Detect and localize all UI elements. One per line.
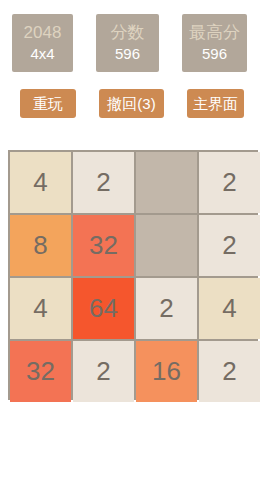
score-value: 596 xyxy=(115,44,140,64)
score-box: 分数 596 xyxy=(96,14,159,72)
board-cell xyxy=(136,152,197,213)
score-label: 分数 xyxy=(111,22,145,44)
best-score-label: 最高分 xyxy=(189,22,240,44)
best-score-box: 最高分 596 xyxy=(182,14,247,72)
best-score-value: 596 xyxy=(202,44,227,64)
board-cell: 32 xyxy=(73,215,134,276)
board-cell: 4 xyxy=(199,278,260,339)
board-cell: 64 xyxy=(73,278,134,339)
board-size-label: 4x4 xyxy=(30,44,54,64)
board-cell: 8 xyxy=(10,215,71,276)
board-cell: 2 xyxy=(73,341,134,402)
app-2048: 2048 4x4 分数 596 最高分 596 重玩 撤回(3) 主界面 4 2… xyxy=(0,0,270,480)
board-cell xyxy=(136,215,197,276)
toolbar: 重玩 撤回(3) 主界面 xyxy=(20,89,244,118)
board-cell: 2 xyxy=(136,278,197,339)
board-cell: 32 xyxy=(10,341,71,402)
board-cell: 4 xyxy=(10,278,71,339)
header: 2048 4x4 分数 596 最高分 596 xyxy=(12,14,247,72)
home-button[interactable]: 主界面 xyxy=(187,89,244,118)
board-cell: 4 xyxy=(10,152,71,213)
board-cell: 2 xyxy=(73,152,134,213)
board-cell: 2 xyxy=(199,215,260,276)
board[interactable]: 4 2 2 8 32 2 4 64 2 4 32 2 16 2 xyxy=(8,150,258,400)
board-cell: 2 xyxy=(199,152,260,213)
undo-button[interactable]: 撤回(3) xyxy=(99,89,164,118)
game-title-box: 2048 4x4 xyxy=(12,14,73,72)
board-cell: 2 xyxy=(199,341,260,402)
game-title: 2048 xyxy=(24,22,62,44)
board-cell: 16 xyxy=(136,341,197,402)
replay-button[interactable]: 重玩 xyxy=(20,89,76,118)
